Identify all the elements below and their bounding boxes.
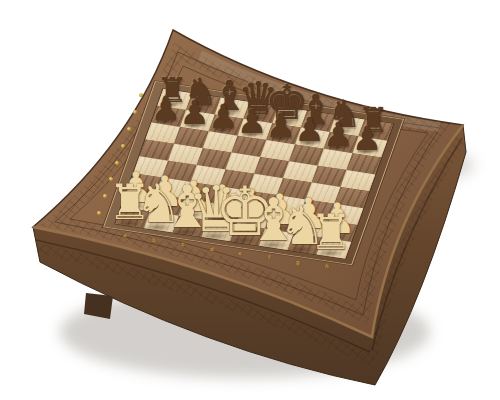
chess-set-photo: abcdefgh ♜♞♝♛♚♝♞♜♟♟♟♟♟♟♟♟♟♟♟♟♟♟♟♟♜♞♝♛♚♝♞… [0,0,500,400]
square-h1[interactable] [317,238,352,259]
chess-board [115,89,393,259]
